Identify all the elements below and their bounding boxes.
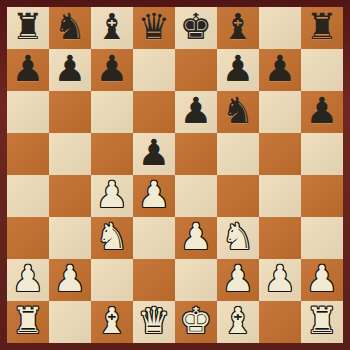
square-c8[interactable]: ♝: [91, 7, 133, 49]
black-pawn-d5[interactable]: ♟: [138, 132, 170, 174]
square-b7[interactable]: ♟: [49, 49, 91, 91]
square-g8[interactable]: [259, 7, 301, 49]
square-c2[interactable]: [91, 259, 133, 301]
square-h3[interactable]: [301, 217, 343, 259]
white-queen-d1[interactable]: ♛: [138, 300, 170, 342]
square-c6[interactable]: [91, 91, 133, 133]
square-e2[interactable]: [175, 259, 217, 301]
square-f2[interactable]: ♟: [217, 259, 259, 301]
white-pawn-b2[interactable]: ♟: [54, 258, 86, 300]
square-c1[interactable]: ♝: [91, 301, 133, 343]
square-c4[interactable]: ♟: [91, 175, 133, 217]
square-a5[interactable]: [7, 133, 49, 175]
white-bishop-c1[interactable]: ♝: [96, 300, 128, 342]
chess-board: ♜♞♝♛♚♝♜♟♟♟♟♟♟♞♟♟♟♟♞♟♞♟♟♟♟♟♜♝♛♚♝♜: [7, 7, 343, 343]
white-pawn-e3[interactable]: ♟: [180, 216, 212, 258]
black-bishop-f8[interactable]: ♝: [222, 6, 254, 48]
white-pawn-f2[interactable]: ♟: [222, 258, 254, 300]
white-knight-f3[interactable]: ♞: [222, 216, 254, 258]
square-e4[interactable]: [175, 175, 217, 217]
square-b1[interactable]: [49, 301, 91, 343]
square-a8[interactable]: ♜: [7, 7, 49, 49]
square-d6[interactable]: [133, 91, 175, 133]
black-rook-h8[interactable]: ♜: [306, 6, 338, 48]
square-g2[interactable]: ♟: [259, 259, 301, 301]
square-f5[interactable]: [217, 133, 259, 175]
square-g7[interactable]: ♟: [259, 49, 301, 91]
square-h2[interactable]: ♟: [301, 259, 343, 301]
black-king-e8[interactable]: ♚: [180, 6, 212, 48]
square-h7[interactable]: [301, 49, 343, 91]
black-pawn-b7[interactable]: ♟: [54, 48, 86, 90]
square-a7[interactable]: ♟: [7, 49, 49, 91]
square-b2[interactable]: ♟: [49, 259, 91, 301]
white-knight-c3[interactable]: ♞: [96, 216, 128, 258]
square-d5[interactable]: ♟: [133, 133, 175, 175]
white-pawn-d4[interactable]: ♟: [138, 174, 170, 216]
square-e5[interactable]: [175, 133, 217, 175]
square-d3[interactable]: [133, 217, 175, 259]
square-h4[interactable]: [301, 175, 343, 217]
square-a4[interactable]: [7, 175, 49, 217]
square-f8[interactable]: ♝: [217, 7, 259, 49]
square-f6[interactable]: ♞: [217, 91, 259, 133]
white-pawn-g2[interactable]: ♟: [264, 258, 296, 300]
black-pawn-f7[interactable]: ♟: [222, 48, 254, 90]
square-c3[interactable]: ♞: [91, 217, 133, 259]
white-rook-a1[interactable]: ♜: [12, 300, 44, 342]
square-d1[interactable]: ♛: [133, 301, 175, 343]
square-f3[interactable]: ♞: [217, 217, 259, 259]
square-d4[interactable]: ♟: [133, 175, 175, 217]
square-g3[interactable]: [259, 217, 301, 259]
square-c5[interactable]: [91, 133, 133, 175]
square-a1[interactable]: ♜: [7, 301, 49, 343]
square-e8[interactable]: ♚: [175, 7, 217, 49]
square-h1[interactable]: ♜: [301, 301, 343, 343]
square-h8[interactable]: ♜: [301, 7, 343, 49]
square-e1[interactable]: ♚: [175, 301, 217, 343]
black-knight-b8[interactable]: ♞: [54, 6, 86, 48]
white-pawn-h2[interactable]: ♟: [306, 258, 338, 300]
square-b4[interactable]: [49, 175, 91, 217]
square-f4[interactable]: [217, 175, 259, 217]
square-b8[interactable]: ♞: [49, 7, 91, 49]
black-queen-d8[interactable]: ♛: [138, 6, 170, 48]
square-e7[interactable]: [175, 49, 217, 91]
square-a2[interactable]: ♟: [7, 259, 49, 301]
square-h6[interactable]: ♟: [301, 91, 343, 133]
square-g1[interactable]: [259, 301, 301, 343]
white-king-e1[interactable]: ♚: [180, 300, 212, 342]
black-pawn-a7[interactable]: ♟: [12, 48, 44, 90]
square-a3[interactable]: [7, 217, 49, 259]
black-pawn-g7[interactable]: ♟: [264, 48, 296, 90]
white-pawn-c4[interactable]: ♟: [96, 174, 128, 216]
white-bishop-f1[interactable]: ♝: [222, 300, 254, 342]
square-f1[interactable]: ♝: [217, 301, 259, 343]
square-d2[interactable]: [133, 259, 175, 301]
square-a6[interactable]: [7, 91, 49, 133]
square-f7[interactable]: ♟: [217, 49, 259, 91]
black-pawn-e6[interactable]: ♟: [180, 90, 212, 132]
square-g4[interactable]: [259, 175, 301, 217]
square-d8[interactable]: ♛: [133, 7, 175, 49]
square-b5[interactable]: [49, 133, 91, 175]
black-pawn-c7[interactable]: ♟: [96, 48, 128, 90]
square-g5[interactable]: [259, 133, 301, 175]
square-b3[interactable]: [49, 217, 91, 259]
white-rook-h1[interactable]: ♜: [306, 300, 338, 342]
square-e6[interactable]: ♟: [175, 91, 217, 133]
square-b6[interactable]: [49, 91, 91, 133]
black-bishop-c8[interactable]: ♝: [96, 6, 128, 48]
square-g6[interactable]: [259, 91, 301, 133]
square-e3[interactable]: ♟: [175, 217, 217, 259]
square-d7[interactable]: [133, 49, 175, 91]
black-knight-f6[interactable]: ♞: [222, 90, 254, 132]
chess-board-frame: ♜♞♝♛♚♝♜♟♟♟♟♟♟♞♟♟♟♟♞♟♞♟♟♟♟♟♜♝♛♚♝♜: [0, 0, 350, 350]
black-rook-a8[interactable]: ♜: [12, 6, 44, 48]
white-pawn-a2[interactable]: ♟: [12, 258, 44, 300]
black-pawn-h6[interactable]: ♟: [306, 90, 338, 132]
square-h5[interactable]: [301, 133, 343, 175]
square-c7[interactable]: ♟: [91, 49, 133, 91]
